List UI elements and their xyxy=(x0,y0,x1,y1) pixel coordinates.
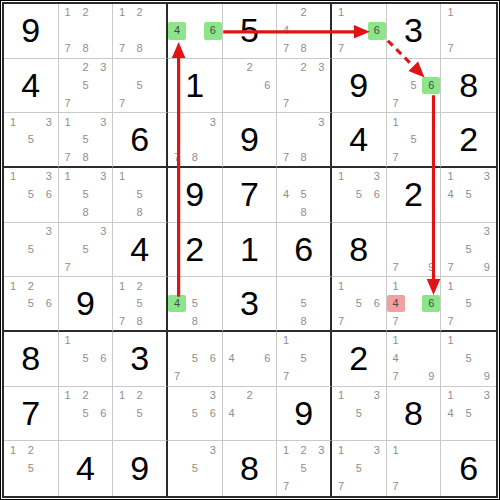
cell-value: 1 xyxy=(240,230,259,269)
candidate-6: 6 xyxy=(94,405,112,423)
candidate-5: 5 xyxy=(350,405,368,423)
candidate-3: 3 xyxy=(204,441,222,459)
cell-r3c3[interactable]: 6 xyxy=(113,113,168,168)
candidate-2: 2 xyxy=(241,59,259,77)
cell-value: 6 xyxy=(294,230,313,269)
cell-r9c6[interactable]: 12357 xyxy=(277,441,332,496)
candidate-5: 5 xyxy=(295,350,313,368)
candidate-1: 1 xyxy=(4,441,22,459)
candidate-1: 1 xyxy=(113,168,131,186)
candidate-5: 5 xyxy=(460,295,478,313)
cell-r2c1[interactable]: 4 xyxy=(4,59,59,114)
cell-value: 3 xyxy=(240,284,259,323)
candidate-5: 5 xyxy=(460,186,478,204)
candidate-3: 3 xyxy=(94,223,112,241)
candidate-3: 3 xyxy=(368,387,386,405)
candidate-1: 1 xyxy=(332,168,350,186)
cell-r9c2[interactable]: 4 xyxy=(59,441,114,496)
candidate-3: 3 xyxy=(94,168,112,186)
candidate-3: 3 xyxy=(312,113,330,131)
cell-r3c7[interactable]: 4 xyxy=(332,113,387,168)
cell-r6c3[interactable]: 12578 xyxy=(113,277,168,332)
cell-r7c5[interactable]: 46 xyxy=(223,332,278,387)
candidate-8: 8 xyxy=(295,312,313,330)
cell-value: 4 xyxy=(21,66,40,105)
cell-r2c3[interactable]: 57 xyxy=(113,59,168,114)
candidate-2: 2 xyxy=(131,4,149,22)
cell-r1c5[interactable]: 5 xyxy=(223,4,278,59)
candidate-5: 5 xyxy=(77,241,95,259)
cell-r7c2[interactable]: 156 xyxy=(59,332,114,387)
candidate-6: 6 xyxy=(258,350,276,368)
cell-r4c8[interactable]: 2 xyxy=(387,168,442,223)
cell-value: 8 xyxy=(349,230,368,269)
candidate-1: 1 xyxy=(4,168,22,186)
cell-r5c3[interactable]: 4 xyxy=(113,223,168,278)
cell-r5c2[interactable]: 357 xyxy=(59,223,114,278)
cell-r6c4[interactable]: 458 xyxy=(168,277,223,332)
cell-r9c1[interactable]: 125 xyxy=(4,441,59,496)
cell-r7c1[interactable]: 8 xyxy=(4,332,59,387)
candidate-8: 8 xyxy=(295,40,313,58)
candidate-5: 5 xyxy=(22,460,40,478)
cell-value: 6 xyxy=(130,120,149,159)
cell-r4c7[interactable]: 1356 xyxy=(332,168,387,223)
candidate-8: 8 xyxy=(77,204,95,222)
cell-r5c5[interactable]: 1 xyxy=(223,223,278,278)
cell-r2c4[interactable]: 1 xyxy=(168,59,223,114)
cell-r3c9[interactable]: 2 xyxy=(441,113,496,168)
candidate-1: 1 xyxy=(441,4,459,22)
candidate-5: 5 xyxy=(350,460,368,478)
cell-r6c7[interactable]: 1567 xyxy=(332,277,387,332)
candidate-1: 1 xyxy=(4,113,22,131)
candidate-5: 5 xyxy=(186,405,204,423)
candidate-2: 2 xyxy=(22,441,40,459)
candidate-7: 7 xyxy=(332,312,350,330)
cell-value: 2 xyxy=(349,339,368,378)
candidate-3: 3 xyxy=(312,59,330,77)
candidate-1: 1 xyxy=(113,4,131,22)
candidate-1: 1 xyxy=(277,332,295,350)
candidate-1: 1 xyxy=(113,387,131,405)
candidate-4: 4 xyxy=(168,295,186,313)
candidate-5: 5 xyxy=(131,77,149,95)
cell-r7c8[interactable]: 1479 xyxy=(387,332,442,387)
candidate-6: 6 xyxy=(258,77,276,95)
candidate-1: 1 xyxy=(387,277,405,295)
candidate-2: 2 xyxy=(295,441,313,459)
cell-value: 9 xyxy=(21,11,40,50)
cell-value: 8 xyxy=(459,66,478,105)
candidate-6: 6 xyxy=(422,295,440,313)
candidate-1: 1 xyxy=(441,168,459,186)
candidate-7: 7 xyxy=(332,478,350,496)
cell-r1c6[interactable]: 2478 xyxy=(277,4,332,59)
candidate-5: 5 xyxy=(77,131,95,149)
candidate-3: 3 xyxy=(478,387,496,405)
cell-r7c7[interactable]: 2 xyxy=(332,332,387,387)
cell-r8c4[interactable]: 356 xyxy=(168,387,223,442)
candidate-5: 5 xyxy=(186,460,204,478)
candidate-8: 8 xyxy=(186,148,204,166)
cell-value: 4 xyxy=(130,230,149,269)
candidate-2: 2 xyxy=(131,277,149,295)
candidate-8: 8 xyxy=(131,204,149,222)
cell-r6c9[interactable]: 157 xyxy=(441,277,496,332)
candidate-1: 1 xyxy=(387,441,405,459)
candidate-3: 3 xyxy=(312,441,330,459)
candidate-4: 4 xyxy=(387,350,405,368)
candidate-8: 8 xyxy=(77,148,95,166)
candidate-1: 1 xyxy=(59,387,77,405)
cell-r4c4[interactable]: 9 xyxy=(168,168,223,223)
candidate-7: 7 xyxy=(332,40,350,58)
cell-r9c7[interactable]: 1357 xyxy=(332,441,387,496)
candidate-5: 5 xyxy=(295,186,313,204)
candidate-2: 2 xyxy=(295,59,313,77)
candidate-7: 7 xyxy=(387,368,405,386)
candidate-3: 3 xyxy=(368,168,386,186)
cell-r9c8[interactable]: 17 xyxy=(387,441,442,496)
cell-r2c8[interactable]: 567 xyxy=(387,59,442,114)
candidate-8: 8 xyxy=(77,40,95,58)
candidate-2: 2 xyxy=(77,387,95,405)
candidate-5: 5 xyxy=(77,350,95,368)
candidate-7: 7 xyxy=(387,258,405,276)
cell-value: 8 xyxy=(21,339,40,378)
candidate-3: 3 xyxy=(368,441,386,459)
cell-r8c2[interactable]: 1256 xyxy=(59,387,114,442)
candidate-2: 2 xyxy=(77,59,95,77)
candidate-1: 1 xyxy=(59,4,77,22)
cell-r7c3[interactable]: 3 xyxy=(113,332,168,387)
cell-value: 2 xyxy=(459,120,478,159)
candidate-3: 3 xyxy=(478,223,496,241)
candidate-7: 7 xyxy=(168,148,186,166)
candidate-3: 3 xyxy=(40,113,58,131)
candidate-4: 4 xyxy=(277,22,295,40)
cell-r9c9[interactable]: 6 xyxy=(441,441,496,496)
candidate-5: 5 xyxy=(77,186,95,204)
candidate-3: 3 xyxy=(94,113,112,131)
candidate-6: 6 xyxy=(94,350,112,368)
cell-r2c9[interactable]: 8 xyxy=(441,59,496,114)
candidate-6: 6 xyxy=(40,186,58,204)
candidate-2: 2 xyxy=(241,387,259,405)
candidate-1: 1 xyxy=(59,113,77,131)
cell-r3c8[interactable]: 157 xyxy=(387,113,442,168)
candidate-5: 5 xyxy=(131,295,149,313)
candidate-5: 5 xyxy=(131,186,149,204)
candidate-9: 9 xyxy=(478,368,496,386)
candidate-6: 6 xyxy=(422,77,440,95)
candidate-3: 3 xyxy=(94,59,112,77)
cell-r8c7[interactable]: 135 xyxy=(332,387,387,442)
cell-r2c2[interactable]: 2357 xyxy=(59,59,114,114)
candidate-4: 4 xyxy=(223,350,241,368)
candidate-4: 4 xyxy=(387,295,405,313)
candidate-8: 8 xyxy=(131,40,149,58)
cell-r1c7[interactable]: 167 xyxy=(332,4,387,59)
cell-value: 8 xyxy=(240,449,259,488)
candidate-4: 4 xyxy=(441,186,459,204)
candidate-5: 5 xyxy=(186,295,204,313)
candidate-3: 3 xyxy=(204,113,222,131)
cell-value: 3 xyxy=(404,11,423,50)
cell-r8c3[interactable]: 125 xyxy=(113,387,168,442)
cell-r3c5[interactable]: 9 xyxy=(223,113,278,168)
candidate-5: 5 xyxy=(22,131,40,149)
cell-r6c5[interactable]: 3 xyxy=(223,277,278,332)
cell-r4c2[interactable]: 1358 xyxy=(59,168,114,223)
candidate-3: 3 xyxy=(204,387,222,405)
candidate-7: 7 xyxy=(113,312,131,330)
candidate-4: 4 xyxy=(223,405,241,423)
candidate-7: 7 xyxy=(277,368,295,386)
candidate-5: 5 xyxy=(77,77,95,95)
cell-r1c8[interactable]: 3 xyxy=(387,4,442,59)
candidate-1: 1 xyxy=(332,4,350,22)
candidate-2: 2 xyxy=(77,4,95,22)
cell-r5c6[interactable]: 6 xyxy=(277,223,332,278)
cell-r6c6[interactable]: 58 xyxy=(277,277,332,332)
candidate-8: 8 xyxy=(186,312,204,330)
candidate-9: 9 xyxy=(422,258,440,276)
candidate-5: 5 xyxy=(405,77,423,95)
candidate-7: 7 xyxy=(387,478,405,496)
cell-r2c5[interactable]: 26 xyxy=(223,59,278,114)
cell-r1c1[interactable]: 9 xyxy=(4,4,59,59)
cell-r1c9[interactable]: 17 xyxy=(441,4,496,59)
cell-value: 9 xyxy=(349,66,368,105)
candidate-7: 7 xyxy=(59,94,77,112)
cell-value: 3 xyxy=(130,339,149,378)
cell-value: 7 xyxy=(21,394,40,433)
cell-r4c5[interactable]: 7 xyxy=(223,168,278,223)
candidate-1: 1 xyxy=(441,332,459,350)
cell-value: 9 xyxy=(185,175,204,214)
candidate-5: 5 xyxy=(295,295,313,313)
cell-r5c8[interactable]: 79 xyxy=(387,223,442,278)
cell-r3c2[interactable]: 13578 xyxy=(59,113,114,168)
sudoku-grid: 9127812784652478167317423575712623795678… xyxy=(2,2,498,498)
candidate-1: 1 xyxy=(113,277,131,295)
cell-r4c6[interactable]: 458 xyxy=(277,168,332,223)
cell-r8c6[interactable]: 9 xyxy=(277,387,332,442)
candidate-9: 9 xyxy=(478,258,496,276)
cell-r5c4[interactable]: 2 xyxy=(168,223,223,278)
cell-r4c3[interactable]: 158 xyxy=(113,168,168,223)
candidate-7: 7 xyxy=(387,94,405,112)
cell-r9c5[interactable]: 8 xyxy=(223,441,278,496)
candidate-6: 6 xyxy=(204,22,222,40)
candidate-7: 7 xyxy=(59,148,77,166)
candidate-6: 6 xyxy=(204,405,222,423)
cell-value: 8 xyxy=(404,394,423,433)
candidate-3: 3 xyxy=(478,168,496,186)
candidate-7: 7 xyxy=(113,94,131,112)
cell-value: 9 xyxy=(240,120,259,159)
candidate-5: 5 xyxy=(22,186,40,204)
candidate-7: 7 xyxy=(113,40,131,58)
candidate-2: 2 xyxy=(22,277,40,295)
candidate-7: 7 xyxy=(277,148,295,166)
cell-value: 9 xyxy=(76,284,95,323)
candidate-1: 1 xyxy=(332,277,350,295)
candidate-7: 7 xyxy=(277,40,295,58)
candidate-1: 1 xyxy=(4,277,22,295)
candidate-5: 5 xyxy=(460,350,478,368)
cell-value: 7 xyxy=(240,175,259,214)
cell-r5c7[interactable]: 8 xyxy=(332,223,387,278)
cell-r3c1[interactable]: 135 xyxy=(4,113,59,168)
candidate-1: 1 xyxy=(387,113,405,131)
candidate-1: 1 xyxy=(387,332,405,350)
candidate-7: 7 xyxy=(168,368,186,386)
candidate-7: 7 xyxy=(387,312,405,330)
candidate-5: 5 xyxy=(131,405,149,423)
cell-r2c6[interactable]: 237 xyxy=(277,59,332,114)
candidate-9: 9 xyxy=(422,368,440,386)
cell-value: 2 xyxy=(185,230,204,269)
cell-r8c5[interactable]: 24 xyxy=(223,387,278,442)
candidate-4: 4 xyxy=(441,405,459,423)
sudoku-board: 9127812784652478167317423575712623795678… xyxy=(0,0,500,500)
candidate-5: 5 xyxy=(22,241,40,259)
cell-r1c4[interactable]: 46 xyxy=(168,4,223,59)
candidate-6: 6 xyxy=(368,295,386,313)
cell-r8c9[interactable]: 1345 xyxy=(441,387,496,442)
candidate-1: 1 xyxy=(332,441,350,459)
candidate-5: 5 xyxy=(405,131,423,149)
candidate-5: 5 xyxy=(186,350,204,368)
cell-value: 4 xyxy=(76,449,95,488)
candidate-8: 8 xyxy=(295,204,313,222)
cell-r3c4[interactable]: 378 xyxy=(168,113,223,168)
candidate-1: 1 xyxy=(277,441,295,459)
candidate-8: 8 xyxy=(295,148,313,166)
cell-r9c3[interactable]: 9 xyxy=(113,441,168,496)
cell-r1c2[interactable]: 1278 xyxy=(59,4,114,59)
cell-r3c6[interactable]: 378 xyxy=(277,113,332,168)
candidate-1: 1 xyxy=(59,332,77,350)
cell-r8c1[interactable]: 7 xyxy=(4,387,59,442)
candidate-7: 7 xyxy=(441,312,459,330)
candidate-6: 6 xyxy=(204,350,222,368)
cell-value: 2 xyxy=(404,175,423,214)
candidate-3: 3 xyxy=(40,168,58,186)
candidate-1: 1 xyxy=(59,168,77,186)
candidate-7: 7 xyxy=(277,478,295,496)
cell-value: 6 xyxy=(459,449,478,488)
cell-r6c8[interactable]: 1467 xyxy=(387,277,442,332)
candidate-5: 5 xyxy=(77,405,95,423)
candidate-7: 7 xyxy=(277,94,295,112)
candidate-7: 7 xyxy=(441,258,459,276)
cell-r6c1[interactable]: 1256 xyxy=(4,277,59,332)
candidate-2: 2 xyxy=(131,387,149,405)
candidate-2: 2 xyxy=(295,4,313,22)
cell-r2c7[interactable]: 9 xyxy=(332,59,387,114)
candidate-5: 5 xyxy=(460,405,478,423)
candidate-6: 6 xyxy=(368,186,386,204)
candidate-6: 6 xyxy=(368,22,386,40)
cell-value: 1 xyxy=(185,66,204,105)
cell-value: 9 xyxy=(294,394,313,433)
cell-r6c2[interactable]: 9 xyxy=(59,277,114,332)
candidate-4: 4 xyxy=(168,22,186,40)
cell-value: 5 xyxy=(240,11,259,50)
candidate-7: 7 xyxy=(59,258,77,276)
cell-value: 9 xyxy=(130,449,149,488)
cell-r1c3[interactable]: 1278 xyxy=(113,4,168,59)
cell-r7c9[interactable]: 159 xyxy=(441,332,496,387)
candidate-1: 1 xyxy=(332,387,350,405)
candidate-8: 8 xyxy=(131,312,149,330)
candidate-5: 5 xyxy=(350,186,368,204)
candidate-5: 5 xyxy=(460,241,478,259)
candidate-7: 7 xyxy=(59,40,77,58)
candidate-1: 1 xyxy=(441,387,459,405)
cell-r4c1[interactable]: 1356 xyxy=(4,168,59,223)
cell-r8c8[interactable]: 8 xyxy=(387,387,442,442)
cell-value: 4 xyxy=(349,120,368,159)
cell-r5c1[interactable]: 35 xyxy=(4,223,59,278)
candidate-3: 3 xyxy=(40,223,58,241)
candidate-5: 5 xyxy=(295,460,313,478)
cell-r4c9[interactable]: 1345 xyxy=(441,168,496,223)
cell-r7c6[interactable]: 157 xyxy=(277,332,332,387)
candidate-5: 5 xyxy=(350,295,368,313)
candidate-1: 1 xyxy=(441,277,459,295)
candidate-5: 5 xyxy=(22,295,40,313)
cell-r9c4[interactable]: 35 xyxy=(168,441,223,496)
candidate-7: 7 xyxy=(387,148,405,166)
cell-r7c4[interactable]: 567 xyxy=(168,332,223,387)
candidate-6: 6 xyxy=(40,295,58,313)
cell-r5c9[interactable]: 3579 xyxy=(441,223,496,278)
candidate-7: 7 xyxy=(441,40,459,58)
candidate-4: 4 xyxy=(277,186,295,204)
